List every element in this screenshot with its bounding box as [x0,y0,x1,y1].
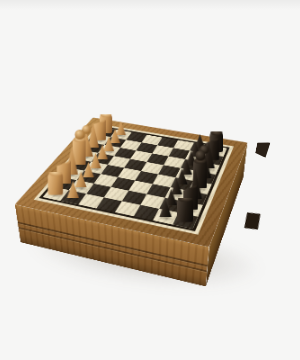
square-f5 [129,181,153,195]
chess-box [15,117,248,247]
square-h3 [78,194,104,209]
black-rook-shape [177,198,193,223]
square-h8 [173,213,198,229]
leather-strap-lower [243,210,262,231]
white-rook-shape [48,172,63,195]
black-pawn-shape [159,200,172,218]
square-h5 [115,201,140,216]
product-photo [0,0,300,360]
square-c5 [147,153,169,165]
perspective-wrapper [50,80,232,262]
white-pawn-shape [67,181,80,198]
leather-strap-upper [254,140,270,158]
